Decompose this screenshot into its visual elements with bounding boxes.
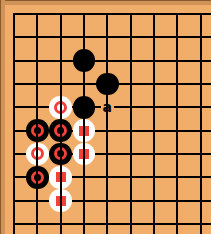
- intersection-i2: [189, 26, 211, 49]
- go-board: a: [0, 0, 211, 234]
- go-diagram: a: [0, 0, 211, 234]
- intersection-b8: [26, 166, 49, 189]
- intersection-g4: [142, 72, 165, 95]
- intersection-d9: [72, 189, 95, 212]
- intersection-h9: [166, 189, 189, 212]
- intersection-f5: [119, 96, 142, 119]
- intersection-d1: [72, 2, 95, 25]
- intersection-b2: [26, 26, 49, 49]
- intersection-e9: [96, 189, 119, 212]
- intersection-e10: [96, 212, 119, 234]
- intersection-e4: [96, 72, 119, 95]
- intersection-h10: [166, 212, 189, 234]
- intersection-b9: [26, 189, 49, 212]
- intersection-b10: [26, 212, 49, 234]
- black-stone-b8: [26, 166, 49, 189]
- intersection-e8: [96, 166, 119, 189]
- intersection-e6: [96, 119, 119, 142]
- white-stone-b7: [26, 143, 49, 166]
- intersection-g5: [142, 96, 165, 119]
- red-circle-marker: [54, 147, 67, 160]
- intersection-i9: [189, 189, 211, 212]
- board-frame-left: [0, 0, 5, 234]
- intersection-i4: [189, 72, 211, 95]
- intersection-a5: [2, 96, 25, 119]
- intersection-h6: [166, 119, 189, 142]
- intersection-h3: [166, 49, 189, 72]
- intersection-f2: [119, 26, 142, 49]
- intersection-f9: [119, 189, 142, 212]
- red-circle-marker: [31, 171, 44, 184]
- black-stone-e4: [96, 73, 119, 96]
- intersection-h7: [166, 142, 189, 165]
- intersection-c8: [49, 166, 72, 189]
- intersection-e5: a: [96, 96, 119, 119]
- intersection-c5: [49, 96, 72, 119]
- intersection-f7: [119, 142, 142, 165]
- black-stone-c6: [49, 119, 72, 142]
- intersection-i3: [189, 49, 211, 72]
- red-circle-marker: [31, 124, 44, 137]
- red-circle-marker: [54, 101, 67, 114]
- intersection-g9: [142, 189, 165, 212]
- intersection-d5: [72, 96, 95, 119]
- intersection-h5: [166, 96, 189, 119]
- white-stone-c9: [49, 189, 72, 212]
- black-stone-b6: [26, 119, 49, 142]
- intersection-a8: [2, 166, 25, 189]
- red-circle-marker: [31, 147, 44, 160]
- intersection-a10: [2, 212, 25, 234]
- intersection-i10: [189, 212, 211, 234]
- intersection-i5: [189, 96, 211, 119]
- intersection-a4: [2, 72, 25, 95]
- intersection-e1: [96, 2, 119, 25]
- black-stone-d5: [73, 96, 96, 119]
- intersection-h8: [166, 166, 189, 189]
- intersection-g1: [142, 2, 165, 25]
- white-stone-d7: [73, 143, 96, 166]
- intersection-g8: [142, 166, 165, 189]
- intersection-e7: [96, 142, 119, 165]
- intersection-d10: [72, 212, 95, 234]
- white-stone-c8: [49, 166, 72, 189]
- intersection-b5: [26, 96, 49, 119]
- black-stone-d3: [73, 49, 96, 72]
- intersection-d4: [72, 72, 95, 95]
- intersection-c2: [49, 26, 72, 49]
- intersection-e3: [96, 49, 119, 72]
- intersection-d6: [72, 119, 95, 142]
- intersection-c4: [49, 72, 72, 95]
- intersection-g10: [142, 212, 165, 234]
- intersection-b6: [26, 119, 49, 142]
- intersection-g7: [142, 142, 165, 165]
- red-square-marker: [56, 196, 66, 206]
- intersection-d2: [72, 26, 95, 49]
- intersection-b4: [26, 72, 49, 95]
- intersection-e2: [96, 26, 119, 49]
- white-stone-c5: [49, 96, 72, 119]
- intersection-f6: [119, 119, 142, 142]
- intersection-d8: [72, 166, 95, 189]
- white-stone-d6: [73, 119, 96, 142]
- intersection-h4: [166, 72, 189, 95]
- intersection-g2: [142, 26, 165, 49]
- intersection-b3: [26, 49, 49, 72]
- intersection-i7: [189, 142, 211, 165]
- board-frame-top: [0, 0, 211, 5]
- intersection-i8: [189, 166, 211, 189]
- intersection-a6: [2, 119, 25, 142]
- intersection-f4: [119, 72, 142, 95]
- intersection-a1: [2, 2, 25, 25]
- intersection-c7: [49, 142, 72, 165]
- intersection-f1: [119, 2, 142, 25]
- intersection-c3: [49, 49, 72, 72]
- intersection-d7: [72, 142, 95, 165]
- red-square-marker: [79, 149, 89, 159]
- black-stone-c7: [49, 143, 72, 166]
- intersection-f8: [119, 166, 142, 189]
- red-circle-marker: [54, 124, 67, 137]
- intersection-c6: [49, 119, 72, 142]
- point-label-e5: a: [96, 96, 119, 119]
- intersection-h2: [166, 26, 189, 49]
- intersection-d3: [72, 49, 95, 72]
- intersection-i6: [189, 119, 211, 142]
- intersection-a9: [2, 189, 25, 212]
- intersection-c10: [49, 212, 72, 234]
- intersection-a3: [2, 49, 25, 72]
- intersection-g3: [142, 49, 165, 72]
- intersection-i1: [189, 2, 211, 25]
- intersection-a2: [2, 26, 25, 49]
- board-grid: a: [2, 2, 211, 234]
- intersection-b7: [26, 142, 49, 165]
- intersection-a7: [2, 142, 25, 165]
- red-square-marker: [79, 126, 89, 136]
- intersection-b1: [26, 2, 49, 25]
- intersection-h1: [166, 2, 189, 25]
- red-square-marker: [56, 172, 66, 182]
- intersection-c1: [49, 2, 72, 25]
- intersection-f10: [119, 212, 142, 234]
- intersection-c9: [49, 189, 72, 212]
- intersection-f3: [119, 49, 142, 72]
- intersection-g6: [142, 119, 165, 142]
- point-label-text: a: [101, 100, 114, 115]
